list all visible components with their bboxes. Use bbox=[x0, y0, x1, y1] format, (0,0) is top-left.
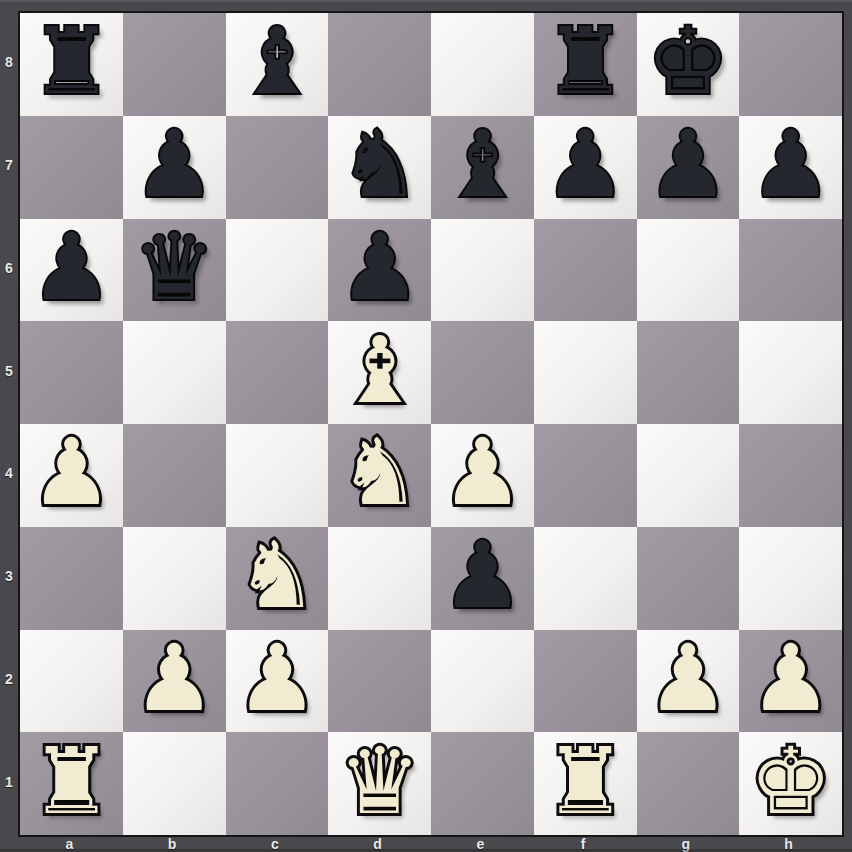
square-h7[interactable]: ♟ bbox=[739, 116, 842, 219]
piece-black-bishop-c8[interactable]: ♝ bbox=[236, 16, 318, 108]
file-label-h: h bbox=[737, 835, 840, 852]
piece-white-rook-f1[interactable]: ♜ bbox=[544, 736, 626, 828]
square-h6[interactable] bbox=[739, 219, 842, 322]
square-e1[interactable] bbox=[431, 732, 534, 835]
square-g6[interactable] bbox=[637, 219, 740, 322]
piece-black-pawn-e3[interactable]: ♟ bbox=[441, 530, 523, 622]
piece-black-king-g8[interactable]: ♚ bbox=[647, 16, 729, 108]
square-c4[interactable] bbox=[226, 424, 329, 527]
file-label-e: e bbox=[429, 835, 532, 852]
square-h4[interactable] bbox=[739, 424, 842, 527]
square-f7[interactable]: ♟ bbox=[534, 116, 637, 219]
rank-label-4: 4 bbox=[0, 422, 18, 525]
piece-black-knight-d7[interactable]: ♞ bbox=[338, 119, 420, 211]
piece-white-knight-d4[interactable]: ♞ bbox=[338, 427, 420, 519]
square-a2[interactable] bbox=[20, 630, 123, 733]
square-d1[interactable]: ♛ bbox=[328, 732, 431, 835]
square-f8[interactable]: ♜ bbox=[534, 13, 637, 116]
piece-white-queen-d1[interactable]: ♛ bbox=[338, 736, 420, 828]
piece-white-pawn-b2[interactable]: ♟ bbox=[133, 633, 215, 725]
piece-black-pawn-f7[interactable]: ♟ bbox=[544, 119, 626, 211]
rank-label-8: 8 bbox=[0, 11, 18, 114]
square-d4[interactable]: ♞ bbox=[328, 424, 431, 527]
chessboard-window: ♜♝♜♚♟♞♝♟♟♟♟♛♟♝♟♞♟♞♟♟♟♟♟♜♛♜♚ 87654321abcd… bbox=[0, 0, 852, 852]
square-f4[interactable] bbox=[534, 424, 637, 527]
square-h2[interactable]: ♟ bbox=[739, 630, 842, 733]
square-c7[interactable] bbox=[226, 116, 329, 219]
square-h1[interactable]: ♚ bbox=[739, 732, 842, 835]
file-label-d: d bbox=[326, 835, 429, 852]
square-d5[interactable]: ♝ bbox=[328, 321, 431, 424]
square-d6[interactable]: ♟ bbox=[328, 219, 431, 322]
rank-label-7: 7 bbox=[0, 114, 18, 217]
square-f5[interactable] bbox=[534, 321, 637, 424]
square-a3[interactable] bbox=[20, 527, 123, 630]
piece-black-pawn-d6[interactable]: ♟ bbox=[338, 222, 420, 314]
file-label-f: f bbox=[532, 835, 635, 852]
square-h8[interactable] bbox=[739, 13, 842, 116]
square-f1[interactable]: ♜ bbox=[534, 732, 637, 835]
file-label-b: b bbox=[121, 835, 224, 852]
square-e8[interactable] bbox=[431, 13, 534, 116]
piece-white-knight-c3[interactable]: ♞ bbox=[236, 530, 318, 622]
file-label-a: a bbox=[18, 835, 121, 852]
square-b5[interactable] bbox=[123, 321, 226, 424]
piece-black-rook-f8[interactable]: ♜ bbox=[544, 16, 626, 108]
square-d2[interactable] bbox=[328, 630, 431, 733]
piece-white-bishop-d5[interactable]: ♝ bbox=[338, 325, 420, 417]
file-label-c: c bbox=[224, 835, 327, 852]
file-label-g: g bbox=[635, 835, 738, 852]
piece-white-rook-a1[interactable]: ♜ bbox=[30, 736, 112, 828]
rank-label-3: 3 bbox=[0, 525, 18, 628]
square-c8[interactable]: ♝ bbox=[226, 13, 329, 116]
square-h5[interactable] bbox=[739, 321, 842, 424]
square-d8[interactable] bbox=[328, 13, 431, 116]
piece-black-pawn-b7[interactable]: ♟ bbox=[133, 119, 215, 211]
square-a4[interactable]: ♟ bbox=[20, 424, 123, 527]
square-e2[interactable] bbox=[431, 630, 534, 733]
piece-black-pawn-h7[interactable]: ♟ bbox=[749, 119, 831, 211]
piece-white-pawn-a4[interactable]: ♟ bbox=[30, 427, 112, 519]
piece-white-king-h1[interactable]: ♚ bbox=[749, 736, 831, 828]
square-e5[interactable] bbox=[431, 321, 534, 424]
square-b6[interactable]: ♛ bbox=[123, 219, 226, 322]
rank-label-2: 2 bbox=[0, 628, 18, 731]
square-g2[interactable]: ♟ bbox=[637, 630, 740, 733]
square-e3[interactable]: ♟ bbox=[431, 527, 534, 630]
piece-white-pawn-c2[interactable]: ♟ bbox=[236, 633, 318, 725]
square-c1[interactable] bbox=[226, 732, 329, 835]
piece-black-queen-b6[interactable]: ♛ bbox=[133, 222, 215, 314]
piece-black-pawn-g7[interactable]: ♟ bbox=[647, 119, 729, 211]
square-c5[interactable] bbox=[226, 321, 329, 424]
rank-label-1: 1 bbox=[0, 730, 18, 833]
square-a8[interactable]: ♜ bbox=[20, 13, 123, 116]
square-d7[interactable]: ♞ bbox=[328, 116, 431, 219]
square-b8[interactable] bbox=[123, 13, 226, 116]
square-b1[interactable] bbox=[123, 732, 226, 835]
piece-white-pawn-h2[interactable]: ♟ bbox=[749, 633, 831, 725]
square-e6[interactable] bbox=[431, 219, 534, 322]
square-c3[interactable]: ♞ bbox=[226, 527, 329, 630]
square-a6[interactable]: ♟ bbox=[20, 219, 123, 322]
square-d3[interactable] bbox=[328, 527, 431, 630]
square-g4[interactable] bbox=[637, 424, 740, 527]
square-f2[interactable] bbox=[534, 630, 637, 733]
square-c2[interactable]: ♟ bbox=[226, 630, 329, 733]
piece-black-rook-a8[interactable]: ♜ bbox=[30, 16, 112, 108]
piece-black-pawn-a6[interactable]: ♟ bbox=[30, 222, 112, 314]
square-g1[interactable] bbox=[637, 732, 740, 835]
square-b3[interactable] bbox=[123, 527, 226, 630]
square-h3[interactable] bbox=[739, 527, 842, 630]
square-f3[interactable] bbox=[534, 527, 637, 630]
square-e7[interactable]: ♝ bbox=[431, 116, 534, 219]
rank-label-6: 6 bbox=[0, 217, 18, 320]
square-b2[interactable]: ♟ bbox=[123, 630, 226, 733]
piece-black-bishop-e7[interactable]: ♝ bbox=[441, 119, 523, 211]
square-g3[interactable] bbox=[637, 527, 740, 630]
rank-label-5: 5 bbox=[0, 319, 18, 422]
chess-board: ♜♝♜♚♟♞♝♟♟♟♟♛♟♝♟♞♟♞♟♟♟♟♟♜♛♜♚ bbox=[18, 11, 844, 837]
square-g7[interactable]: ♟ bbox=[637, 116, 740, 219]
square-a5[interactable] bbox=[20, 321, 123, 424]
square-b7[interactable]: ♟ bbox=[123, 116, 226, 219]
square-g5[interactable] bbox=[637, 321, 740, 424]
piece-white-pawn-e4[interactable]: ♟ bbox=[441, 427, 523, 519]
square-b4[interactable] bbox=[123, 424, 226, 527]
square-a7[interactable] bbox=[20, 116, 123, 219]
square-c6[interactable] bbox=[226, 219, 329, 322]
square-a1[interactable]: ♜ bbox=[20, 732, 123, 835]
piece-white-pawn-g2[interactable]: ♟ bbox=[647, 633, 729, 725]
square-f6[interactable] bbox=[534, 219, 637, 322]
square-g8[interactable]: ♚ bbox=[637, 13, 740, 116]
square-e4[interactable]: ♟ bbox=[431, 424, 534, 527]
